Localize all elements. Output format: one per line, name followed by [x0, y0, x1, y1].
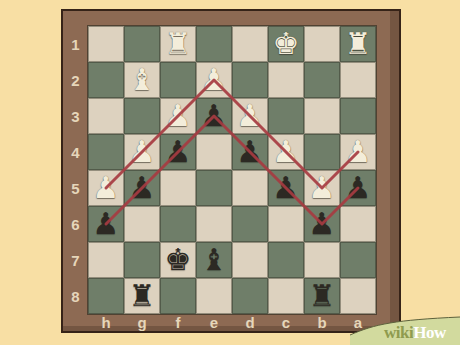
wikihow-watermark: wikiHow: [350, 311, 460, 345]
white-pawn-c4: ♟: [268, 134, 304, 170]
square-a1: ♜: [340, 26, 376, 62]
square-a5: ♟: [340, 170, 376, 206]
square-f3: ♟: [160, 98, 196, 134]
square-c8: [268, 278, 304, 314]
square-b3: [304, 98, 340, 134]
square-f7: ♚: [160, 242, 196, 278]
black-pawn-c5: ♟: [268, 170, 304, 206]
white-pawn-b5: ♟: [304, 170, 340, 206]
file-labels: hgfedcba: [88, 314, 376, 331]
rank-label-6: 6: [63, 206, 88, 242]
black-pawn-d4: ♟: [232, 134, 268, 170]
file-label-e: e: [196, 314, 232, 331]
black-pawn-h6: ♟: [88, 206, 124, 242]
square-c2: [268, 62, 304, 98]
rank-label-3: 3: [63, 98, 88, 134]
white-pawn-g4: ♟: [124, 134, 160, 170]
board-grid: ♜♚♜♝♟♟♟♟♟♟♟♟♟♟♟♟♟♟♟♟♚♝♜♜: [88, 26, 376, 314]
black-rook-g8: ♜: [124, 278, 160, 314]
rank-label-5: 5: [63, 170, 88, 206]
square-f8: [160, 278, 196, 314]
file-label-d: d: [232, 314, 268, 331]
square-h7: [88, 242, 124, 278]
square-h3: [88, 98, 124, 134]
rank-label-1: 1: [63, 26, 88, 62]
square-f6: [160, 206, 196, 242]
black-bishop-e7: ♝: [196, 242, 232, 278]
black-pawn-g5: ♟: [124, 170, 160, 206]
square-b7: [304, 242, 340, 278]
square-d5: [232, 170, 268, 206]
square-h2: [88, 62, 124, 98]
wikihow-logo-text: wikiHow: [384, 323, 447, 342]
square-a6: [340, 206, 376, 242]
black-pawn-e3: ♟: [196, 98, 232, 134]
file-label-b: b: [304, 314, 340, 331]
white-bishop-g2: ♝: [124, 62, 160, 98]
square-g5: ♟: [124, 170, 160, 206]
square-c3: [268, 98, 304, 134]
square-d6: [232, 206, 268, 242]
white-king-c1: ♚: [268, 26, 304, 62]
white-rook-a1: ♜: [340, 26, 376, 62]
square-f4: ♟: [160, 134, 196, 170]
square-f1: ♜: [160, 26, 196, 62]
square-e7: ♝: [196, 242, 232, 278]
square-g8: ♜: [124, 278, 160, 314]
black-pawn-a5: ♟: [340, 170, 376, 206]
square-c4: ♟: [268, 134, 304, 170]
square-e8: [196, 278, 232, 314]
rank-label-4: 4: [63, 134, 88, 170]
file-label-f: f: [160, 314, 196, 331]
square-e5: [196, 170, 232, 206]
file-label-c: c: [268, 314, 304, 331]
black-pawn-f4: ♟: [160, 134, 196, 170]
white-pawn-e2: ♟: [196, 62, 232, 98]
square-d8: [232, 278, 268, 314]
square-b1: [304, 26, 340, 62]
white-pawn-f3: ♟: [160, 98, 196, 134]
square-b4: [304, 134, 340, 170]
file-label-h: h: [88, 314, 124, 331]
square-b6: ♟: [304, 206, 340, 242]
square-g6: [124, 206, 160, 242]
square-b2: [304, 62, 340, 98]
square-a3: [340, 98, 376, 134]
square-d2: [232, 62, 268, 98]
square-f5: [160, 170, 196, 206]
square-g1: [124, 26, 160, 62]
square-e3: ♟: [196, 98, 232, 134]
square-c5: ♟: [268, 170, 304, 206]
square-d7: [232, 242, 268, 278]
square-a4: ♟: [340, 134, 376, 170]
square-a2: [340, 62, 376, 98]
square-c1: ♚: [268, 26, 304, 62]
square-c6: [268, 206, 304, 242]
rank-label-8: 8: [63, 278, 88, 314]
rank-label-7: 7: [63, 242, 88, 278]
white-pawn-a4: ♟: [340, 134, 376, 170]
rank-labels: 12345678: [63, 26, 88, 314]
square-h6: ♟: [88, 206, 124, 242]
black-king-f7: ♚: [160, 242, 196, 278]
square-g3: [124, 98, 160, 134]
white-pawn-h5: ♟: [88, 170, 124, 206]
file-label-g: g: [124, 314, 160, 331]
wikihow-wiki-text: wiki: [384, 323, 414, 342]
square-h5: ♟: [88, 170, 124, 206]
black-pawn-b6: ♟: [304, 206, 340, 242]
square-a7: [340, 242, 376, 278]
square-d4: ♟: [232, 134, 268, 170]
chessboard-frame: 12345678 ♜♚♜♝♟♟♟♟♟♟♟♟♟♟♟♟♟♟♟♟♚♝♜♜ hgfedc…: [61, 9, 401, 333]
black-rook-b8: ♜: [304, 278, 340, 314]
square-b8: ♜: [304, 278, 340, 314]
square-b5: ♟: [304, 170, 340, 206]
wikihow-how-text: How: [413, 323, 447, 342]
square-d1: [232, 26, 268, 62]
square-c7: [268, 242, 304, 278]
square-e6: [196, 206, 232, 242]
square-a8: [340, 278, 376, 314]
square-h8: [88, 278, 124, 314]
square-e4: [196, 134, 232, 170]
white-rook-f1: ♜: [160, 26, 196, 62]
square-g2: ♝: [124, 62, 160, 98]
square-d3: ♟: [232, 98, 268, 134]
white-pawn-d3: ♟: [232, 98, 268, 134]
square-h4: [88, 134, 124, 170]
square-e2: ♟: [196, 62, 232, 98]
square-f2: [160, 62, 196, 98]
rank-label-2: 2: [63, 62, 88, 98]
square-h1: [88, 26, 124, 62]
square-g7: [124, 242, 160, 278]
square-e1: [196, 26, 232, 62]
square-g4: ♟: [124, 134, 160, 170]
